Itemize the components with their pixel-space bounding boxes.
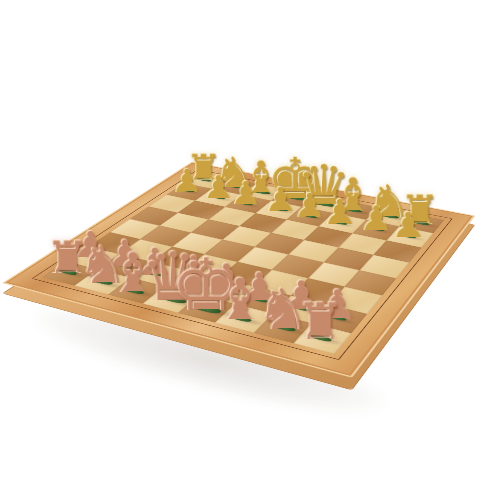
piece-white-rook-h1[interactable]: ♜ [285,281,356,339]
photo-canvas: ♜♞♝♚♛♝♞♜♟♟♟♟♟♟♟♟♟♟♟♟♟♟♟♟♜♞♝♛♚♝♞♜ [0,0,500,500]
piece-black-pawn-h7[interactable]: ♟ [379,197,438,237]
